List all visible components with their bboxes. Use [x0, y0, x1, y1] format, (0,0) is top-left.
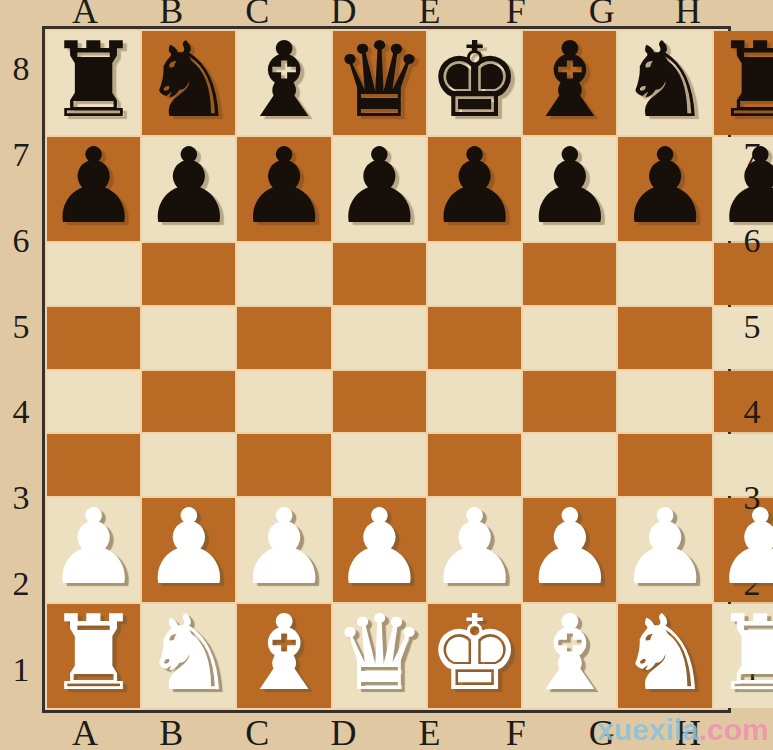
square-a2[interactable]: ♟	[47, 498, 140, 602]
chess-board: ♜♞♝♛♚♝♞♜♟♟♟♟♟♟♟♟♟♟♟♟♟♟♟♟♜♞♝♛♚♝♞♜	[42, 26, 731, 713]
piece-white-pawn[interactable]: ♟	[428, 495, 521, 599]
square-e5[interactable]	[428, 307, 521, 369]
square-a6[interactable]	[47, 243, 140, 305]
piece-white-pawn[interactable]: ♟	[523, 495, 616, 599]
square-f2[interactable]: ♟	[523, 498, 616, 602]
square-c2[interactable]: ♟	[237, 498, 330, 602]
rank-labels-left: 87654321	[0, 26, 42, 713]
square-g1[interactable]: ♞	[618, 604, 711, 708]
square-a7[interactable]: ♟	[47, 137, 140, 241]
piece-black-bishop[interactable]: ♝	[237, 28, 330, 132]
square-f5[interactable]	[523, 307, 616, 369]
piece-white-rook[interactable]: ♜	[714, 601, 773, 705]
square-e2[interactable]: ♟	[428, 498, 521, 602]
chess-diagram: ABCDEFGH 87654321 ♜♞♝♛♚♝♞♜♟♟♟♟♟♟♟♟♟♟♟♟♟♟…	[0, 0, 773, 750]
piece-white-pawn[interactable]: ♟	[237, 495, 330, 599]
piece-black-rook[interactable]: ♜	[714, 28, 773, 132]
square-c4[interactable]	[237, 371, 330, 433]
square-d4[interactable]	[333, 371, 426, 433]
piece-black-pawn[interactable]: ♟	[142, 134, 235, 238]
square-h2[interactable]: ♟	[714, 498, 773, 602]
piece-white-pawn[interactable]: ♟	[142, 495, 235, 599]
piece-black-bishop[interactable]: ♝	[523, 28, 616, 132]
square-e7[interactable]: ♟	[428, 137, 521, 241]
square-c5[interactable]	[237, 307, 330, 369]
square-c8[interactable]: ♝	[237, 31, 330, 135]
square-f4[interactable]	[523, 371, 616, 433]
square-c7[interactable]: ♟	[237, 137, 330, 241]
piece-black-knight[interactable]: ♞	[142, 28, 235, 132]
square-a1[interactable]: ♜	[47, 604, 140, 708]
piece-white-bishop[interactable]: ♝	[237, 601, 330, 705]
rank-label-left-5: 5	[0, 284, 42, 370]
piece-black-pawn[interactable]: ♟	[47, 134, 140, 238]
square-b8[interactable]: ♞	[142, 31, 235, 135]
rank-label-left-8: 8	[0, 26, 42, 112]
piece-black-rook[interactable]: ♜	[47, 28, 140, 132]
square-g8[interactable]: ♞	[618, 31, 711, 135]
watermark: xuexila.com	[597, 712, 769, 748]
square-f1[interactable]: ♝	[523, 604, 616, 708]
square-d1[interactable]: ♛	[333, 604, 426, 708]
rank-label-left-1: 1	[0, 627, 42, 713]
square-a8[interactable]: ♜	[47, 31, 140, 135]
piece-black-pawn[interactable]: ♟	[523, 134, 616, 238]
piece-white-pawn[interactable]: ♟	[618, 495, 711, 599]
file-label-bottom-d: D	[300, 713, 386, 750]
square-g2[interactable]: ♟	[618, 498, 711, 602]
file-label-bottom-a: A	[42, 713, 128, 750]
square-h7[interactable]: ♟	[714, 137, 773, 241]
square-a4[interactable]	[47, 371, 140, 433]
watermark-site: xuexila	[597, 713, 699, 746]
square-d8[interactable]: ♛	[333, 31, 426, 135]
piece-black-knight[interactable]: ♞	[618, 28, 711, 132]
piece-white-queen[interactable]: ♛	[333, 601, 426, 705]
square-d2[interactable]: ♟	[333, 498, 426, 602]
square-d6[interactable]	[333, 243, 426, 305]
rank-label-right-4: 4	[731, 370, 773, 456]
square-g5[interactable]	[618, 307, 711, 369]
piece-white-knight[interactable]: ♞	[618, 601, 711, 705]
square-b7[interactable]: ♟	[142, 137, 235, 241]
file-label-bottom-c: C	[214, 713, 300, 750]
square-f6[interactable]	[523, 243, 616, 305]
square-g6[interactable]	[618, 243, 711, 305]
watermark-tld: .com	[699, 713, 769, 746]
square-b4[interactable]	[142, 371, 235, 433]
square-e8[interactable]: ♚	[428, 31, 521, 135]
piece-white-pawn[interactable]: ♟	[47, 495, 140, 599]
rank-label-left-7: 7	[0, 112, 42, 198]
piece-white-knight[interactable]: ♞	[142, 601, 235, 705]
square-b6[interactable]	[142, 243, 235, 305]
piece-black-pawn[interactable]: ♟	[333, 134, 426, 238]
square-e6[interactable]	[428, 243, 521, 305]
square-d7[interactable]: ♟	[333, 137, 426, 241]
piece-white-pawn[interactable]: ♟	[333, 495, 426, 599]
square-g7[interactable]: ♟	[618, 137, 711, 241]
square-b1[interactable]: ♞	[142, 604, 235, 708]
square-e4[interactable]	[428, 371, 521, 433]
square-d5[interactable]	[333, 307, 426, 369]
file-label-bottom-f: F	[473, 713, 559, 750]
square-f8[interactable]: ♝	[523, 31, 616, 135]
square-b5[interactable]	[142, 307, 235, 369]
piece-black-king[interactable]: ♚	[428, 28, 521, 132]
file-label-bottom-b: B	[128, 713, 214, 750]
piece-black-pawn[interactable]: ♟	[237, 134, 330, 238]
square-a5[interactable]	[47, 307, 140, 369]
square-g4[interactable]	[618, 371, 711, 433]
file-label-bottom-e: E	[387, 713, 473, 750]
square-h1[interactable]: ♜	[714, 604, 773, 708]
square-c6[interactable]	[237, 243, 330, 305]
piece-black-pawn[interactable]: ♟	[428, 134, 521, 238]
square-f7[interactable]: ♟	[523, 137, 616, 241]
rank-label-left-2: 2	[0, 541, 42, 627]
piece-white-bishop[interactable]: ♝	[523, 601, 616, 705]
piece-black-pawn[interactable]: ♟	[618, 134, 711, 238]
rank-label-right-5: 5	[731, 284, 773, 370]
square-c1[interactable]: ♝	[237, 604, 330, 708]
rank-label-left-4: 4	[0, 370, 42, 456]
rank-label-left-3: 3	[0, 455, 42, 541]
rank-label-left-6: 6	[0, 198, 42, 284]
piece-black-queen[interactable]: ♛	[333, 28, 426, 132]
square-h8[interactable]: ♜	[714, 31, 773, 135]
piece-white-rook[interactable]: ♜	[47, 601, 140, 705]
square-b2[interactable]: ♟	[142, 498, 235, 602]
square-e1[interactable]: ♚	[428, 604, 521, 708]
piece-black-pawn[interactable]: ♟	[714, 134, 773, 238]
piece-white-pawn[interactable]: ♟	[714, 495, 773, 599]
piece-white-king[interactable]: ♚	[428, 601, 521, 705]
